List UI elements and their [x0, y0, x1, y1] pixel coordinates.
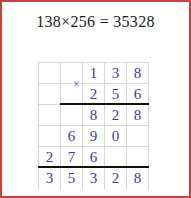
grid-cell-r4c4: 0 [105, 126, 127, 147]
grid-cell-r1c4: 3 [105, 63, 127, 84]
grid-cell-r6c2: 5 [61, 168, 83, 189]
partial-sum-line [60, 103, 149, 105]
grid-cell-r5c3: 6 [83, 147, 105, 168]
grid-cell-r6c5: 8 [127, 168, 149, 189]
grid-cell-r5c5 [127, 147, 149, 168]
grid-cell-r6c3: 3 [83, 168, 105, 189]
worksheet: 138×256 = 35328 13825682869027635328 × [0, 0, 191, 198]
grid-cell-r4c3: 9 [83, 126, 105, 147]
grid-cell-r3c2 [61, 105, 83, 126]
equation-title: 138×256 = 35328 [2, 13, 189, 31]
grid-cell-r6c1: 3 [39, 168, 61, 189]
grid-cell-r2c3: 2 [83, 84, 105, 105]
grid-cell-r1c3: 1 [83, 63, 105, 84]
grid-cell-r1c5: 8 [127, 63, 149, 84]
grid-cell-r4c2: 6 [61, 126, 83, 147]
grid-cell-r2c1 [39, 84, 61, 105]
grid-cell-r2c5: 6 [127, 84, 149, 105]
grid-cell-r6c4: 2 [105, 168, 127, 189]
grid-cell-r3c4: 2 [105, 105, 127, 126]
grid-cell-r1c1 [39, 63, 61, 84]
grid-cell-r5c2: 7 [61, 147, 83, 168]
multiplication-grid: 13825682869027635328 × [38, 62, 150, 190]
grid-cell-r3c3: 8 [83, 105, 105, 126]
grid-cell-r3c5: 8 [127, 105, 149, 126]
multiply-icon: × [61, 73, 83, 94]
grid: 13825682869027635328 [38, 62, 149, 189]
grid-cell-r4c5 [127, 126, 149, 147]
grid-cell-r5c1: 2 [39, 147, 61, 168]
grid-cell-r4c1 [39, 126, 61, 147]
grid-cell-r5c4 [105, 147, 127, 168]
grid-cell-r3c1 [39, 105, 61, 126]
total-sum-line [38, 166, 149, 168]
grid-cell-r2c4: 5 [105, 84, 127, 105]
